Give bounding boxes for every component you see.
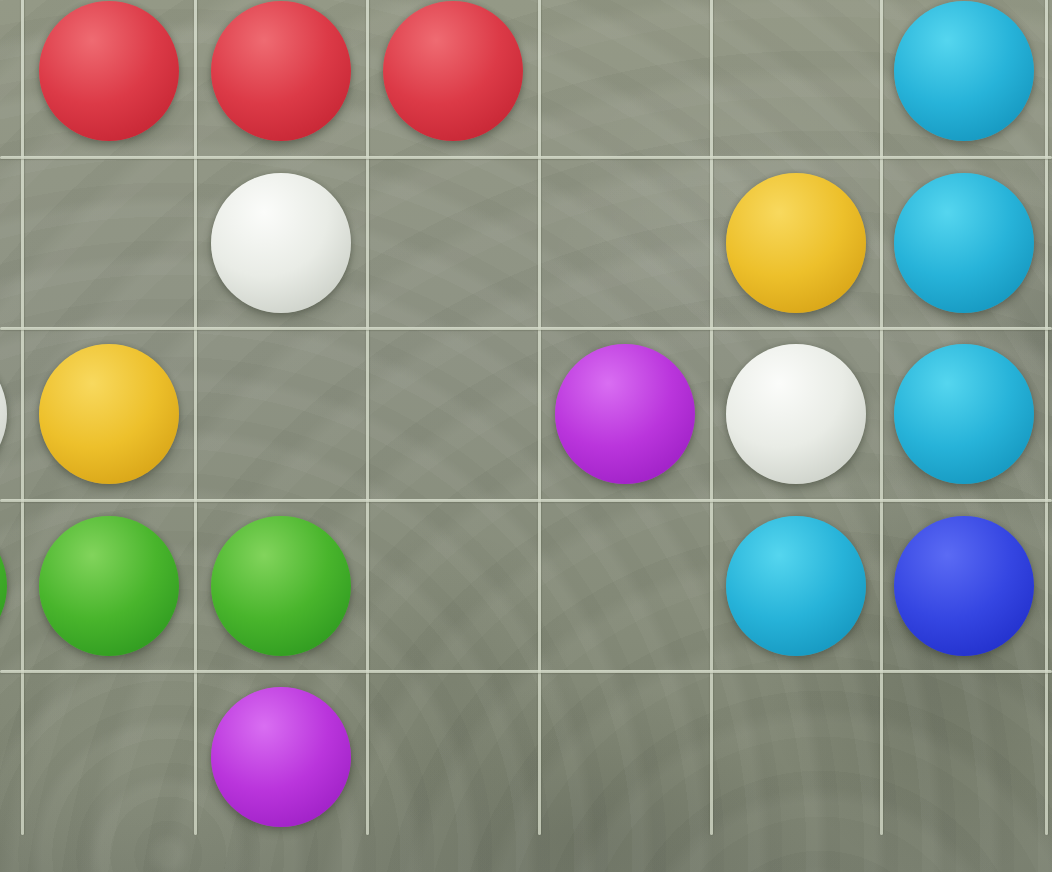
ball-cyan[interactable] xyxy=(894,173,1034,313)
cell-r1-c0[interactable] xyxy=(0,157,22,329)
ball-white[interactable] xyxy=(726,344,866,484)
cell-r3-c3[interactable] xyxy=(367,500,539,672)
cell-r1-c1[interactable] xyxy=(22,157,195,329)
ball-blue[interactable] xyxy=(894,516,1034,656)
grid-line-horizontal-4 xyxy=(0,670,1052,673)
ball-red[interactable] xyxy=(383,1,523,141)
cell-r0-c0[interactable] xyxy=(0,0,22,157)
ball-yellow[interactable] xyxy=(726,173,866,313)
ball-red[interactable] xyxy=(211,1,351,141)
grid-line-vertical-2 xyxy=(194,0,197,835)
cell-r1-c3[interactable] xyxy=(367,157,539,329)
grid-line-vertical-4 xyxy=(538,0,541,835)
grid-line-horizontal-1 xyxy=(0,156,1052,159)
ball-cyan[interactable] xyxy=(726,516,866,656)
cell-r4-c4[interactable] xyxy=(539,672,711,844)
ball-cyan[interactable] xyxy=(894,344,1034,484)
ball-green[interactable] xyxy=(39,516,179,656)
cell-r0-c4[interactable] xyxy=(539,0,711,157)
cell-r4-c6[interactable] xyxy=(881,672,1046,844)
ball-green[interactable] xyxy=(211,516,351,656)
grid-line-vertical-5 xyxy=(710,0,713,835)
cell-r3-c4[interactable] xyxy=(539,500,711,672)
cell-r1-c4[interactable] xyxy=(539,157,711,329)
ball-cyan[interactable] xyxy=(894,1,1034,141)
cell-r4-c5[interactable] xyxy=(711,672,881,844)
grid-line-vertical-7 xyxy=(1045,0,1048,835)
cell-r4-c0[interactable] xyxy=(0,672,22,844)
ball-yellow[interactable] xyxy=(39,344,179,484)
grid-line-vertical-6 xyxy=(880,0,883,835)
grid-line-vertical-1 xyxy=(21,0,24,835)
cell-r2-c2[interactable] xyxy=(195,329,367,501)
grid-line-horizontal-3 xyxy=(0,499,1052,502)
cell-r0-c5[interactable] xyxy=(711,0,881,157)
cell-r4-c3[interactable] xyxy=(367,672,539,844)
grid-line-horizontal-2 xyxy=(0,327,1052,330)
grid-line-vertical-3 xyxy=(366,0,369,835)
cell-r4-c1[interactable] xyxy=(22,672,195,844)
ball-purple[interactable] xyxy=(555,344,695,484)
cell-r2-c3[interactable] xyxy=(367,329,539,501)
ball-red[interactable] xyxy=(39,1,179,141)
lines98-game-board xyxy=(0,0,1052,872)
ball-purple[interactable] xyxy=(211,687,351,827)
ball-white[interactable] xyxy=(211,173,351,313)
